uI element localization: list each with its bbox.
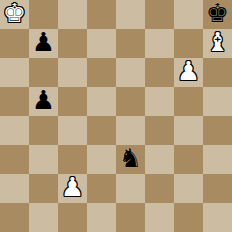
square-e1[interactable] <box>116 203 145 232</box>
square-e8[interactable] <box>116 0 145 29</box>
white-king[interactable]: ♚ <box>3 0 26 28</box>
white-bishop[interactable]: ♝ <box>206 29 229 57</box>
square-g8[interactable] <box>174 0 203 29</box>
square-b7[interactable]: ♟ <box>29 29 58 58</box>
square-b3[interactable] <box>29 145 58 174</box>
square-b2[interactable] <box>29 174 58 203</box>
square-a7[interactable] <box>0 29 29 58</box>
square-b1[interactable] <box>29 203 58 232</box>
square-c2[interactable]: ♟ <box>58 174 87 203</box>
square-e7[interactable] <box>116 29 145 58</box>
square-b4[interactable] <box>29 116 58 145</box>
square-f4[interactable] <box>145 116 174 145</box>
square-f7[interactable] <box>145 29 174 58</box>
square-f8[interactable] <box>145 0 174 29</box>
square-e6[interactable] <box>116 58 145 87</box>
square-d3[interactable] <box>87 145 116 174</box>
square-g1[interactable] <box>174 203 203 232</box>
square-f5[interactable] <box>145 87 174 116</box>
black-pawn[interactable]: ♟ <box>32 29 55 57</box>
square-g6[interactable]: ♟ <box>174 58 203 87</box>
square-d4[interactable] <box>87 116 116 145</box>
square-g4[interactable] <box>174 116 203 145</box>
square-a2[interactable] <box>0 174 29 203</box>
square-b5[interactable]: ♟ <box>29 87 58 116</box>
square-f6[interactable] <box>145 58 174 87</box>
chess-board: ♚♚♟♝♟♟♞♟ <box>0 0 232 232</box>
square-f2[interactable] <box>145 174 174 203</box>
square-h2[interactable] <box>203 174 232 203</box>
square-d2[interactable] <box>87 174 116 203</box>
square-c4[interactable] <box>58 116 87 145</box>
square-e3[interactable]: ♞ <box>116 145 145 174</box>
square-a5[interactable] <box>0 87 29 116</box>
white-pawn[interactable]: ♟ <box>61 174 84 202</box>
square-d6[interactable] <box>87 58 116 87</box>
square-d5[interactable] <box>87 87 116 116</box>
square-a8[interactable]: ♚ <box>0 0 29 29</box>
square-f3[interactable] <box>145 145 174 174</box>
square-f1[interactable] <box>145 203 174 232</box>
square-h8[interactable]: ♚ <box>203 0 232 29</box>
square-d8[interactable] <box>87 0 116 29</box>
square-d1[interactable] <box>87 203 116 232</box>
black-pawn[interactable]: ♟ <box>32 87 55 115</box>
square-c3[interactable] <box>58 145 87 174</box>
square-b6[interactable] <box>29 58 58 87</box>
square-h1[interactable] <box>203 203 232 232</box>
square-b8[interactable] <box>29 0 58 29</box>
square-e4[interactable] <box>116 116 145 145</box>
square-d7[interactable] <box>87 29 116 58</box>
square-c1[interactable] <box>58 203 87 232</box>
square-h5[interactable] <box>203 87 232 116</box>
square-a6[interactable] <box>0 58 29 87</box>
square-e2[interactable] <box>116 174 145 203</box>
square-a1[interactable] <box>0 203 29 232</box>
square-a4[interactable] <box>0 116 29 145</box>
square-c7[interactable] <box>58 29 87 58</box>
square-g5[interactable] <box>174 87 203 116</box>
black-knight[interactable]: ♞ <box>119 145 142 173</box>
square-c8[interactable] <box>58 0 87 29</box>
square-c5[interactable] <box>58 87 87 116</box>
square-a3[interactable] <box>0 145 29 174</box>
square-g3[interactable] <box>174 145 203 174</box>
square-h3[interactable] <box>203 145 232 174</box>
black-king[interactable]: ♚ <box>206 0 229 28</box>
square-c6[interactable] <box>58 58 87 87</box>
white-pawn[interactable]: ♟ <box>177 58 200 86</box>
square-h4[interactable] <box>203 116 232 145</box>
square-h7[interactable]: ♝ <box>203 29 232 58</box>
square-g2[interactable] <box>174 174 203 203</box>
square-e5[interactable] <box>116 87 145 116</box>
square-g7[interactable] <box>174 29 203 58</box>
square-h6[interactable] <box>203 58 232 87</box>
